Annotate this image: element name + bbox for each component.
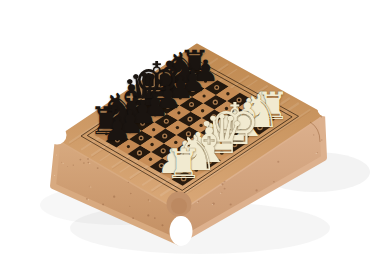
photo-canvas: ♜♟♞♟♝♟♚♟♛♟♟♝♜♟♟♞♞♟♟♜♝♟♟♚♟♛♟♝♟♞♟♜ (0, 0, 376, 259)
chess-board (0, 0, 376, 259)
